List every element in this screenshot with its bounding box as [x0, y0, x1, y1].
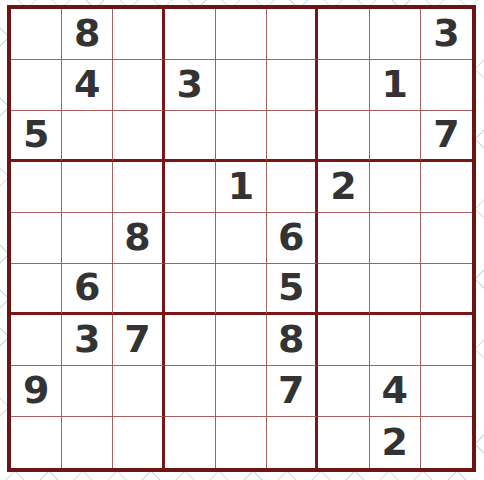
given-digit: 9: [23, 371, 49, 409]
sudoku-cell-r9c7[interactable]: [318, 417, 369, 468]
sudoku-cell-r2c8[interactable]: 1: [370, 60, 421, 111]
sudoku-cell-r4c7[interactable]: 2: [318, 162, 369, 213]
given-digit: 6: [74, 268, 100, 306]
sudoku-cell-r6c2[interactable]: 6: [62, 264, 113, 315]
given-digit: 1: [381, 65, 407, 103]
sudoku-cell-r1c5[interactable]: [216, 9, 267, 60]
sudoku-cell-r4c4[interactable]: [165, 162, 216, 213]
sudoku-cell-r9c2[interactable]: [62, 417, 113, 468]
sudoku-cell-r1c3[interactable]: [113, 9, 164, 60]
sudoku-cell-r9c5[interactable]: [216, 417, 267, 468]
sudoku-app-screen: 83431571286653789742: [0, 0, 484, 480]
sudoku-cell-r2c7[interactable]: [318, 60, 369, 111]
sudoku-cell-r8c9[interactable]: [421, 366, 472, 417]
given-digit: 3: [177, 65, 203, 103]
given-digit: 4: [381, 371, 407, 409]
sudoku-cell-r2c6[interactable]: [267, 60, 318, 111]
sudoku-board: 83431571286653789742: [7, 5, 476, 472]
sudoku-cell-r8c6[interactable]: 7: [267, 366, 318, 417]
sudoku-cell-r6c9[interactable]: [421, 264, 472, 315]
sudoku-cell-r7c3[interactable]: 7: [113, 315, 164, 366]
sudoku-cell-r3c5[interactable]: [216, 111, 267, 162]
sudoku-cell-r7c5[interactable]: [216, 315, 267, 366]
sudoku-cell-r5c6[interactable]: 6: [267, 213, 318, 264]
sudoku-cell-r4c8[interactable]: [370, 162, 421, 213]
sudoku-cell-r3c1[interactable]: 5: [11, 111, 62, 162]
sudoku-cell-r7c6[interactable]: 8: [267, 315, 318, 366]
sudoku-cell-r5c7[interactable]: [318, 213, 369, 264]
sudoku-cell-r1c4[interactable]: [165, 9, 216, 60]
sudoku-cell-r7c1[interactable]: [11, 315, 62, 366]
sudoku-cell-r5c2[interactable]: [62, 213, 113, 264]
given-digit: 7: [278, 371, 304, 409]
given-digit: 6: [278, 218, 304, 256]
sudoku-cell-r1c6[interactable]: [267, 9, 318, 60]
sudoku-cell-r7c7[interactable]: [318, 315, 369, 366]
sudoku-cell-r7c9[interactable]: [421, 315, 472, 366]
sudoku-cell-r3c4[interactable]: [165, 111, 216, 162]
sudoku-cell-r1c7[interactable]: [318, 9, 369, 60]
given-digit: 2: [330, 167, 356, 205]
sudoku-cell-r2c9[interactable]: [421, 60, 472, 111]
sudoku-cell-r5c4[interactable]: [165, 213, 216, 264]
given-digit: 3: [433, 14, 459, 52]
sudoku-cell-r5c3[interactable]: 8: [113, 213, 164, 264]
sudoku-cell-r9c3[interactable]: [113, 417, 164, 468]
sudoku-cell-r1c2[interactable]: 8: [62, 9, 113, 60]
given-digit: 8: [74, 14, 100, 52]
sudoku-cell-r6c7[interactable]: [318, 264, 369, 315]
sudoku-cell-r7c8[interactable]: [370, 315, 421, 366]
sudoku-cell-r7c4[interactable]: [165, 315, 216, 366]
sudoku-cell-r4c9[interactable]: [421, 162, 472, 213]
sudoku-cell-r4c5[interactable]: 1: [216, 162, 267, 213]
sudoku-cell-r5c5[interactable]: [216, 213, 267, 264]
sudoku-cell-r9c8[interactable]: 2: [370, 417, 421, 468]
sudoku-cell-r3c9[interactable]: 7: [421, 111, 472, 162]
sudoku-cell-r1c8[interactable]: [370, 9, 421, 60]
sudoku-cell-r6c6[interactable]: 5: [267, 264, 318, 315]
sudoku-cell-r3c6[interactable]: [267, 111, 318, 162]
given-digit: 5: [278, 268, 304, 306]
sudoku-cell-r5c8[interactable]: [370, 213, 421, 264]
sudoku-cell-r7c2[interactable]: 3: [62, 315, 113, 366]
sudoku-cell-r3c2[interactable]: [62, 111, 113, 162]
sudoku-cell-r2c2[interactable]: 4: [62, 60, 113, 111]
given-digit: 8: [278, 320, 304, 358]
sudoku-cell-r2c3[interactable]: [113, 60, 164, 111]
sudoku-cell-r9c4[interactable]: [165, 417, 216, 468]
given-digit: 2: [381, 423, 407, 461]
sudoku-cell-r6c1[interactable]: [11, 264, 62, 315]
sudoku-cell-r9c6[interactable]: [267, 417, 318, 468]
sudoku-cell-r1c9[interactable]: 3: [421, 9, 472, 60]
sudoku-cell-r9c1[interactable]: [11, 417, 62, 468]
sudoku-cell-r4c2[interactable]: [62, 162, 113, 213]
sudoku-cell-r3c3[interactable]: [113, 111, 164, 162]
sudoku-cell-r9c9[interactable]: [421, 417, 472, 468]
given-digit: 8: [124, 218, 150, 256]
sudoku-cell-r8c2[interactable]: [62, 366, 113, 417]
sudoku-cell-r8c7[interactable]: [318, 366, 369, 417]
sudoku-cell-r1c1[interactable]: [11, 9, 62, 60]
sudoku-cell-r4c1[interactable]: [11, 162, 62, 213]
sudoku-cell-r3c8[interactable]: [370, 111, 421, 162]
sudoku-cell-r5c9[interactable]: [421, 213, 472, 264]
sudoku-cell-r6c5[interactable]: [216, 264, 267, 315]
sudoku-cell-r8c8[interactable]: 4: [370, 366, 421, 417]
sudoku-cell-r2c1[interactable]: [11, 60, 62, 111]
sudoku-cell-r6c3[interactable]: [113, 264, 164, 315]
sudoku-cell-r8c4[interactable]: [165, 366, 216, 417]
sudoku-cell-r2c4[interactable]: 3: [165, 60, 216, 111]
sudoku-cell-r4c3[interactable]: [113, 162, 164, 213]
sudoku-cell-r2c5[interactable]: [216, 60, 267, 111]
sudoku-cell-r8c3[interactable]: [113, 366, 164, 417]
given-digit: 1: [228, 167, 254, 205]
given-digit: 4: [74, 65, 100, 103]
sudoku-cell-r6c8[interactable]: [370, 264, 421, 315]
given-digit: 7: [433, 115, 459, 153]
sudoku-cell-r6c4[interactable]: [165, 264, 216, 315]
given-digit: 7: [124, 320, 150, 358]
sudoku-cell-r4c6[interactable]: [267, 162, 318, 213]
sudoku-cell-r3c7[interactable]: [318, 111, 369, 162]
given-digit: 3: [74, 320, 100, 358]
sudoku-cell-r8c5[interactable]: [216, 366, 267, 417]
given-digit: 5: [23, 115, 49, 153]
sudoku-cell-r5c1[interactable]: [11, 213, 62, 264]
sudoku-cell-r8c1[interactable]: 9: [11, 366, 62, 417]
